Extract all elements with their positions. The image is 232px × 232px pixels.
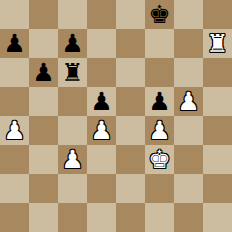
square-f6[interactable]	[145, 58, 174, 87]
square-c5[interactable]	[58, 87, 87, 116]
square-h2[interactable]	[203, 174, 232, 203]
square-a7[interactable]: ♟	[0, 29, 29, 58]
square-a3[interactable]	[0, 145, 29, 174]
square-b7[interactable]	[29, 29, 58, 58]
square-g5[interactable]: ♟	[174, 87, 203, 116]
chess-board: ♚♟♟♜♟♜♟♟♟♟♟♟♟♚	[0, 0, 232, 232]
square-d3[interactable]	[87, 145, 116, 174]
square-d7[interactable]	[87, 29, 116, 58]
square-g8[interactable]	[174, 0, 203, 29]
square-h5[interactable]	[203, 87, 232, 116]
square-g6[interactable]	[174, 58, 203, 87]
square-e5[interactable]	[116, 87, 145, 116]
square-f7[interactable]	[145, 29, 174, 58]
white-rook[interactable]: ♜	[206, 29, 228, 58]
square-f3[interactable]: ♚	[145, 145, 174, 174]
white-pawn[interactable]: ♟	[3, 116, 25, 145]
square-f5[interactable]: ♟	[145, 87, 174, 116]
square-e7[interactable]	[116, 29, 145, 58]
square-f1[interactable]	[145, 203, 174, 232]
black-pawn[interactable]: ♟	[90, 87, 112, 116]
square-e4[interactable]	[116, 116, 145, 145]
square-h1[interactable]	[203, 203, 232, 232]
square-a1[interactable]	[0, 203, 29, 232]
square-e3[interactable]	[116, 145, 145, 174]
black-pawn[interactable]: ♟	[61, 29, 83, 58]
square-d8[interactable]	[87, 0, 116, 29]
black-pawn[interactable]: ♟	[32, 58, 54, 87]
black-king[interactable]: ♚	[148, 0, 170, 29]
square-g7[interactable]	[174, 29, 203, 58]
square-b8[interactable]	[29, 0, 58, 29]
black-rook[interactable]: ♜	[61, 58, 83, 87]
square-c3[interactable]: ♟	[58, 145, 87, 174]
white-pawn[interactable]: ♟	[177, 87, 199, 116]
square-h3[interactable]	[203, 145, 232, 174]
square-d5[interactable]: ♟	[87, 87, 116, 116]
square-a4[interactable]: ♟	[0, 116, 29, 145]
black-pawn[interactable]: ♟	[148, 87, 170, 116]
square-b4[interactable]	[29, 116, 58, 145]
square-f8[interactable]: ♚	[145, 0, 174, 29]
white-pawn[interactable]: ♟	[90, 116, 112, 145]
square-c7[interactable]: ♟	[58, 29, 87, 58]
square-d6[interactable]	[87, 58, 116, 87]
square-a6[interactable]	[0, 58, 29, 87]
square-c6[interactable]: ♜	[58, 58, 87, 87]
square-e2[interactable]	[116, 174, 145, 203]
square-c1[interactable]	[58, 203, 87, 232]
square-h7[interactable]: ♜	[203, 29, 232, 58]
white-king[interactable]: ♚	[148, 145, 170, 174]
square-g3[interactable]	[174, 145, 203, 174]
square-a8[interactable]	[0, 0, 29, 29]
square-b5[interactable]	[29, 87, 58, 116]
square-d1[interactable]	[87, 203, 116, 232]
square-g1[interactable]	[174, 203, 203, 232]
square-c2[interactable]	[58, 174, 87, 203]
square-a2[interactable]	[0, 174, 29, 203]
square-f2[interactable]	[145, 174, 174, 203]
square-e8[interactable]	[116, 0, 145, 29]
square-g4[interactable]	[174, 116, 203, 145]
square-g2[interactable]	[174, 174, 203, 203]
square-b6[interactable]: ♟	[29, 58, 58, 87]
square-h4[interactable]	[203, 116, 232, 145]
square-c8[interactable]	[58, 0, 87, 29]
white-pawn[interactable]: ♟	[61, 145, 83, 174]
square-f4[interactable]: ♟	[145, 116, 174, 145]
square-d2[interactable]	[87, 174, 116, 203]
square-a5[interactable]	[0, 87, 29, 116]
square-e6[interactable]	[116, 58, 145, 87]
square-c4[interactable]	[58, 116, 87, 145]
black-pawn[interactable]: ♟	[3, 29, 25, 58]
square-b3[interactable]	[29, 145, 58, 174]
white-pawn[interactable]: ♟	[148, 116, 170, 145]
square-b2[interactable]	[29, 174, 58, 203]
square-e1[interactable]	[116, 203, 145, 232]
square-b1[interactable]	[29, 203, 58, 232]
square-d4[interactable]: ♟	[87, 116, 116, 145]
square-h6[interactable]	[203, 58, 232, 87]
square-h8[interactable]	[203, 0, 232, 29]
